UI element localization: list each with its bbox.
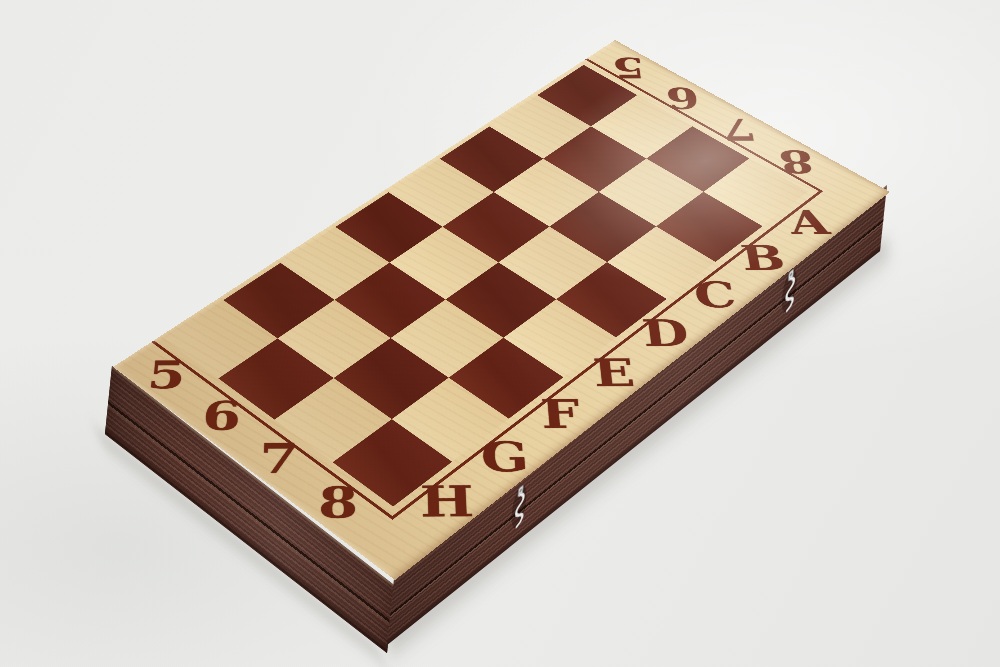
rank-label-far-7: 7 bbox=[719, 114, 758, 144]
file-label-d: D bbox=[640, 315, 691, 352]
photo-scene: 55667788HGFEDCBA bbox=[0, 0, 1000, 667]
rank-label-far-6: 6 bbox=[664, 84, 702, 113]
rank-label-near-5: 5 bbox=[146, 356, 187, 394]
file-label-e: E bbox=[591, 354, 636, 392]
file-label-h: H bbox=[419, 480, 475, 523]
file-label-f: F bbox=[539, 394, 582, 434]
file-label-c: C bbox=[692, 277, 739, 312]
rank-label-near-6: 6 bbox=[201, 396, 242, 436]
rank-label-near-7: 7 bbox=[258, 438, 299, 479]
file-label-a: A bbox=[786, 206, 832, 239]
rank-label-near-8: 8 bbox=[318, 481, 358, 524]
file-label-g: G bbox=[480, 436, 530, 477]
rank-label-far-8: 8 bbox=[776, 146, 817, 177]
file-label-b: B bbox=[738, 241, 788, 275]
rank-label-far-5: 5 bbox=[610, 54, 646, 82]
